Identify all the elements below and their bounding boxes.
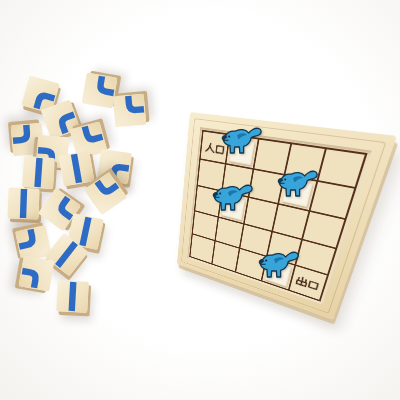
path-tile-straight[interactable] [7, 187, 39, 219]
dinosaur-piece-3[interactable] [211, 182, 255, 218]
dinosaur-piece-4[interactable] [257, 249, 301, 285]
path-tile-elbow[interactable] [18, 255, 54, 291]
dinosaur-eye [219, 193, 221, 195]
path-tile-elbow[interactable] [81, 72, 117, 108]
path-tile-elbow[interactable] [112, 93, 146, 127]
path-tile-straight[interactable] [56, 280, 89, 313]
dinosaur-piece-2[interactable] [276, 168, 320, 204]
dinosaur-eye [265, 259, 267, 261]
path-tile-straight[interactable] [21, 155, 54, 188]
dinosaur-eye [228, 136, 230, 138]
dinosaur-eye [284, 178, 286, 180]
product-photo-scene: 入口 出口 [0, 0, 400, 400]
dinosaur-piece-1[interactable] [220, 125, 264, 161]
game-board: 入口 出口 [177, 112, 397, 320]
path-tile-straight[interactable] [58, 150, 94, 186]
